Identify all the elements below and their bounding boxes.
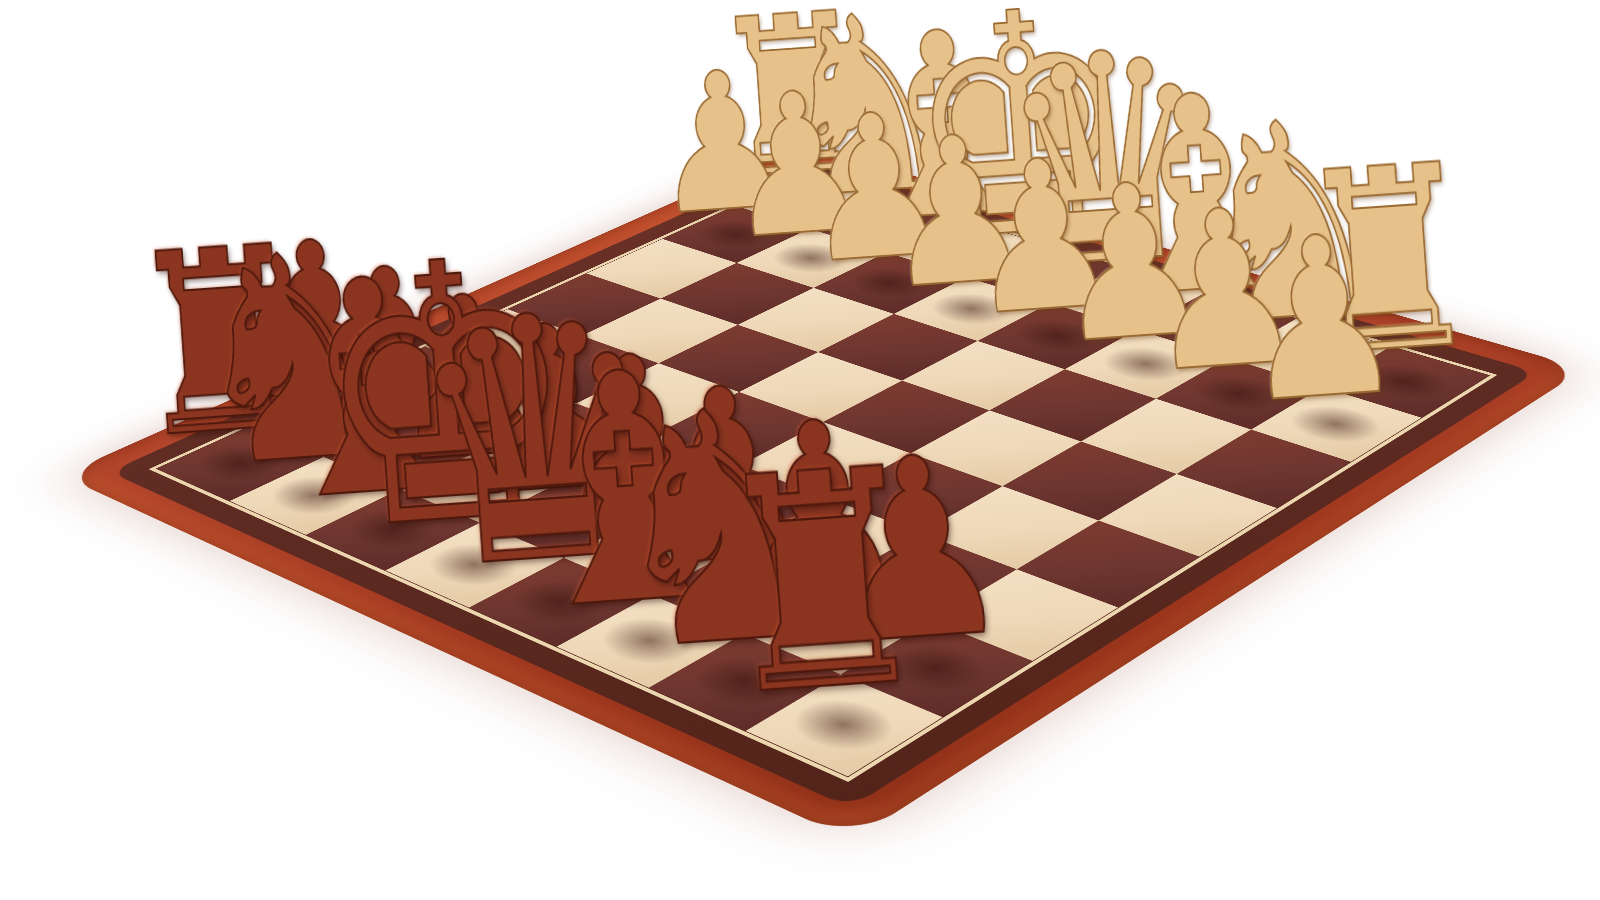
rook-glyph: ♜ [646, 424, 997, 743]
product-photo-scene: ♜♞♟♝♟♚♟♛♟♝♟♞♟♟♜♟♜♟♟♞♟♝♟♚♟♛♟♝♟♞♟♜ [0, 0, 1600, 900]
pawn-glyph: ♟ [1171, 199, 1471, 439]
chess-board: ♜♞♟♝♟♚♟♛♟♝♟♞♟♟♜♟♜♟♟♞♟♝♟♚♟♛♟♝♟♞♟♜ [61, 144, 1585, 840]
square-a4[interactable] [1099, 474, 1277, 557]
